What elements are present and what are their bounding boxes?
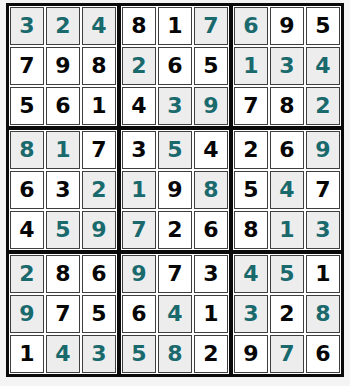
sudoku-cell-r1c7[interactable]: 6 [234, 7, 268, 45]
sudoku-board: 3247985618172654396951347828176324593541… [6, 3, 344, 377]
sudoku-block-6: 269547813 [231, 128, 343, 252]
sudoku-block-1: 324798561 [7, 4, 119, 128]
sudoku-cell-r5c3[interactable]: 2 [82, 171, 116, 209]
sudoku-cell-r8c9[interactable]: 8 [306, 295, 340, 333]
sudoku-cell-r4c7[interactable]: 2 [234, 131, 268, 169]
sudoku-cell-r8c6[interactable]: 1 [194, 295, 228, 333]
sudoku-cell-r6c2[interactable]: 5 [46, 211, 80, 249]
sudoku-cell-r2c5[interactable]: 6 [158, 47, 192, 85]
sudoku-cell-r2c4[interactable]: 2 [122, 47, 156, 85]
sudoku-cell-r3c7[interactable]: 7 [234, 87, 268, 125]
sudoku-cell-r2c2[interactable]: 9 [46, 47, 80, 85]
sudoku-cell-r4c4[interactable]: 3 [122, 131, 156, 169]
sudoku-cell-r5c9[interactable]: 7 [306, 171, 340, 209]
sudoku-cell-r4c3[interactable]: 7 [82, 131, 116, 169]
sudoku-cell-r5c7[interactable]: 5 [234, 171, 268, 209]
sudoku-cell-r7c8[interactable]: 5 [270, 255, 304, 293]
sudoku-cell-r4c2[interactable]: 1 [46, 131, 80, 169]
sudoku-cell-r9c1[interactable]: 1 [10, 335, 44, 373]
sudoku-block-4: 817632459 [7, 128, 119, 252]
sudoku-cell-r6c6[interactable]: 6 [194, 211, 228, 249]
sudoku-cell-r4c9[interactable]: 9 [306, 131, 340, 169]
sudoku-cell-r4c8[interactable]: 6 [270, 131, 304, 169]
sudoku-cell-r9c2[interactable]: 4 [46, 335, 80, 373]
sudoku-cell-r5c1[interactable]: 6 [10, 171, 44, 209]
sudoku-cell-r6c1[interactable]: 4 [10, 211, 44, 249]
sudoku-cell-r5c2[interactable]: 3 [46, 171, 80, 209]
sudoku-cell-r4c6[interactable]: 4 [194, 131, 228, 169]
sudoku-cell-r9c7[interactable]: 9 [234, 335, 268, 373]
sudoku-cell-r7c6[interactable]: 3 [194, 255, 228, 293]
sudoku-cell-r5c5[interactable]: 9 [158, 171, 192, 209]
sudoku-cell-r1c3[interactable]: 4 [82, 7, 116, 45]
sudoku-cell-r4c5[interactable]: 5 [158, 131, 192, 169]
sudoku-cell-r3c4[interactable]: 4 [122, 87, 156, 125]
sudoku-cell-r3c8[interactable]: 8 [270, 87, 304, 125]
sudoku-cell-r5c8[interactable]: 4 [270, 171, 304, 209]
sudoku-cell-r9c5[interactable]: 8 [158, 335, 192, 373]
sudoku-cell-r1c2[interactable]: 2 [46, 7, 80, 45]
sudoku-cell-r8c4[interactable]: 6 [122, 295, 156, 333]
sudoku-cell-r1c1[interactable]: 3 [10, 7, 44, 45]
sudoku-cell-r1c6[interactable]: 7 [194, 7, 228, 45]
sudoku-cell-r8c1[interactable]: 9 [10, 295, 44, 333]
sudoku-block-9: 451328976 [231, 252, 343, 376]
sudoku-cell-r6c3[interactable]: 9 [82, 211, 116, 249]
sudoku-cell-r4c1[interactable]: 8 [10, 131, 44, 169]
sudoku-cell-r2c1[interactable]: 7 [10, 47, 44, 85]
sudoku-cell-r7c7[interactable]: 4 [234, 255, 268, 293]
sudoku-cell-r7c5[interactable]: 7 [158, 255, 192, 293]
sudoku-cell-r1c5[interactable]: 1 [158, 7, 192, 45]
sudoku-cell-r9c3[interactable]: 3 [82, 335, 116, 373]
sudoku-block-3: 695134782 [231, 4, 343, 128]
sudoku-cell-r1c9[interactable]: 5 [306, 7, 340, 45]
sudoku-cell-r1c4[interactable]: 8 [122, 7, 156, 45]
sudoku-cell-r3c5[interactable]: 3 [158, 87, 192, 125]
sudoku-cell-r6c7[interactable]: 8 [234, 211, 268, 249]
sudoku-block-2: 817265439 [119, 4, 231, 128]
sudoku-cell-r8c2[interactable]: 7 [46, 295, 80, 333]
sudoku-cell-r8c8[interactable]: 2 [270, 295, 304, 333]
sudoku-cell-r5c4[interactable]: 1 [122, 171, 156, 209]
sudoku-block-5: 354198726 [119, 128, 231, 252]
sudoku-cell-r8c5[interactable]: 4 [158, 295, 192, 333]
sudoku-cell-r8c3[interactable]: 5 [82, 295, 116, 333]
sudoku-cell-r7c9[interactable]: 1 [306, 255, 340, 293]
sudoku-cell-r8c7[interactable]: 3 [234, 295, 268, 333]
sudoku-cell-r6c8[interactable]: 1 [270, 211, 304, 249]
sudoku-cell-r2c7[interactable]: 1 [234, 47, 268, 85]
sudoku-cell-r5c6[interactable]: 8 [194, 171, 228, 209]
sudoku-cell-r7c1[interactable]: 2 [10, 255, 44, 293]
sudoku-cell-r7c2[interactable]: 8 [46, 255, 80, 293]
sudoku-cell-r3c6[interactable]: 9 [194, 87, 228, 125]
sudoku-cell-r3c2[interactable]: 6 [46, 87, 80, 125]
sudoku-block-8: 973641582 [119, 252, 231, 376]
sudoku-cell-r3c1[interactable]: 5 [10, 87, 44, 125]
sudoku-cell-r7c4[interactable]: 9 [122, 255, 156, 293]
sudoku-cell-r7c3[interactable]: 6 [82, 255, 116, 293]
sudoku-cell-r9c6[interactable]: 2 [194, 335, 228, 373]
sudoku-cell-r2c6[interactable]: 5 [194, 47, 228, 85]
sudoku-cell-r6c9[interactable]: 3 [306, 211, 340, 249]
sudoku-cell-r1c8[interactable]: 9 [270, 7, 304, 45]
sudoku-cell-r3c3[interactable]: 1 [82, 87, 116, 125]
sudoku-cell-r9c8[interactable]: 7 [270, 335, 304, 373]
sudoku-cell-r2c9[interactable]: 4 [306, 47, 340, 85]
sudoku-cell-r9c9[interactable]: 6 [306, 335, 340, 373]
sudoku-cell-r2c8[interactable]: 3 [270, 47, 304, 85]
sudoku-cell-r3c9[interactable]: 2 [306, 87, 340, 125]
sudoku-cell-r6c4[interactable]: 7 [122, 211, 156, 249]
sudoku-cell-r2c3[interactable]: 8 [82, 47, 116, 85]
sudoku-cell-r6c5[interactable]: 2 [158, 211, 192, 249]
sudoku-block-7: 286975143 [7, 252, 119, 376]
sudoku-cell-r9c4[interactable]: 5 [122, 335, 156, 373]
